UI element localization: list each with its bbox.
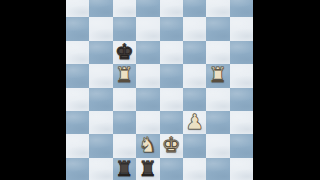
square-c4[interactable] [113,88,136,111]
square-b8[interactable] [89,0,112,17]
board-viewport: ♚♜♜♟♞♚♜♜ [66,0,253,180]
square-c5[interactable]: ♜ [113,64,136,87]
square-h6[interactable] [230,41,253,64]
square-f5[interactable] [183,64,206,87]
square-e2[interactable]: ♚ [160,134,183,157]
square-g7[interactable] [206,17,229,40]
square-d2[interactable]: ♞ [136,134,159,157]
chess-board[interactable]: ♚♜♜♟♞♚♜♜ [66,0,253,180]
square-b6[interactable] [89,41,112,64]
square-g4[interactable] [206,88,229,111]
white-pawn[interactable]: ♟ [183,111,206,134]
black-king[interactable]: ♚ [113,41,136,64]
square-a7[interactable] [66,17,89,40]
square-c7[interactable] [113,17,136,40]
square-h3[interactable] [230,111,253,134]
video-frame: ♚♜♜♟♞♚♜♜ [0,0,320,180]
square-b5[interactable] [89,64,112,87]
square-e8[interactable] [160,0,183,17]
square-a6[interactable] [66,41,89,64]
square-g1[interactable] [206,158,229,180]
square-f4[interactable] [183,88,206,111]
square-h7[interactable] [230,17,253,40]
square-d5[interactable] [136,64,159,87]
square-a2[interactable] [66,134,89,157]
square-g8[interactable] [206,0,229,17]
square-g6[interactable] [206,41,229,64]
square-g5[interactable]: ♜ [206,64,229,87]
square-d8[interactable] [136,0,159,17]
square-d4[interactable] [136,88,159,111]
black-rook[interactable]: ♜ [113,158,136,180]
square-b1[interactable] [89,158,112,180]
square-d3[interactable] [136,111,159,134]
square-h1[interactable] [230,158,253,180]
square-g3[interactable] [206,111,229,134]
white-king[interactable]: ♚ [160,134,183,157]
square-h5[interactable] [230,64,253,87]
square-f7[interactable] [183,17,206,40]
square-c3[interactable] [113,111,136,134]
square-e4[interactable] [160,88,183,111]
square-a4[interactable] [66,88,89,111]
square-e5[interactable] [160,64,183,87]
square-h2[interactable] [230,134,253,157]
square-a3[interactable] [66,111,89,134]
square-c6[interactable]: ♚ [113,41,136,64]
square-f8[interactable] [183,0,206,17]
square-d6[interactable] [136,41,159,64]
square-b7[interactable] [89,17,112,40]
black-rook[interactable]: ♜ [136,158,159,180]
square-f2[interactable] [183,134,206,157]
square-e7[interactable] [160,17,183,40]
square-g2[interactable] [206,134,229,157]
square-e3[interactable] [160,111,183,134]
square-h8[interactable] [230,0,253,17]
square-e1[interactable] [160,158,183,180]
square-c8[interactable] [113,0,136,17]
square-a8[interactable] [66,0,89,17]
square-f3[interactable]: ♟ [183,111,206,134]
square-b3[interactable] [89,111,112,134]
square-c1[interactable]: ♜ [113,158,136,180]
square-f6[interactable] [183,41,206,64]
white-knight[interactable]: ♞ [136,134,159,157]
square-d1[interactable]: ♜ [136,158,159,180]
square-b2[interactable] [89,134,112,157]
square-a5[interactable] [66,64,89,87]
square-f1[interactable] [183,158,206,180]
white-rook[interactable]: ♜ [206,64,229,87]
square-c2[interactable] [113,134,136,157]
square-e6[interactable] [160,41,183,64]
square-h4[interactable] [230,88,253,111]
square-d7[interactable] [136,17,159,40]
square-a1[interactable] [66,158,89,180]
square-b4[interactable] [89,88,112,111]
white-rook[interactable]: ♜ [113,64,136,87]
